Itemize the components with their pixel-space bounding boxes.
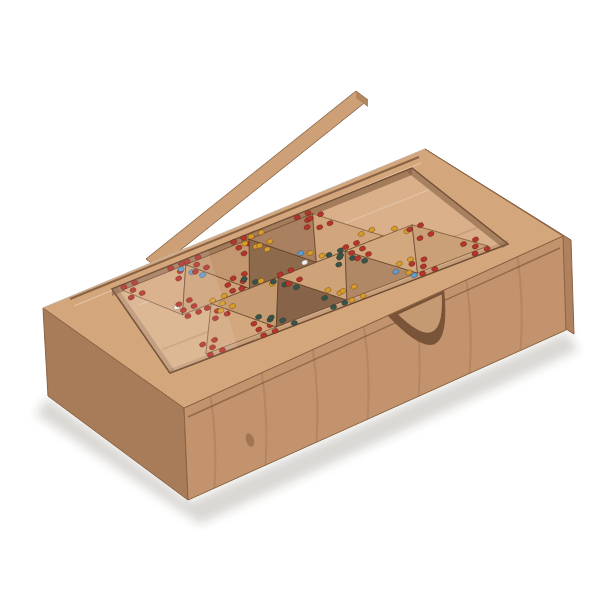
domino-box-scene [0,0,600,600]
product-photo [0,0,600,600]
